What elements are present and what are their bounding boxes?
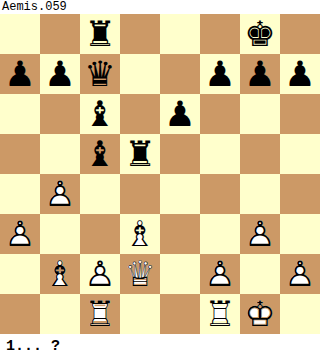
square-h3[interactable] [280, 214, 320, 254]
chess-board: ♜♚♟♟♛♟♟♟♝♟♝♜♟♙♟♙♝♗♟♙♝♗♟♙♛♕♟♙♟♙♜♖♜♖♚♔ [0, 14, 320, 334]
square-e2[interactable] [160, 254, 200, 294]
square-c8[interactable]: ♜ [80, 14, 120, 54]
square-d5[interactable]: ♜ [120, 134, 160, 174]
black-bishop-icon: ♝ [80, 94, 120, 134]
white-rook-icon: ♜♖ [200, 294, 240, 334]
square-f1[interactable]: ♜♖ [200, 294, 240, 334]
white-pawn-icon: ♟♙ [80, 254, 120, 294]
square-e1[interactable] [160, 294, 200, 334]
square-b2[interactable]: ♝♗ [40, 254, 80, 294]
square-d1[interactable] [120, 294, 160, 334]
square-f8[interactable] [200, 14, 240, 54]
square-g6[interactable] [240, 94, 280, 134]
move-prompt: 1... ? [0, 334, 320, 360]
square-e7[interactable] [160, 54, 200, 94]
square-a6[interactable] [0, 94, 40, 134]
square-b1[interactable] [40, 294, 80, 334]
square-d8[interactable] [120, 14, 160, 54]
white-pawn-icon: ♟♙ [40, 174, 80, 214]
white-pawn-icon: ♟♙ [240, 214, 280, 254]
square-e4[interactable] [160, 174, 200, 214]
square-c6[interactable]: ♝ [80, 94, 120, 134]
square-g4[interactable] [240, 174, 280, 214]
white-king-icon: ♚♔ [240, 294, 280, 334]
white-bishop-icon: ♝♗ [40, 254, 80, 294]
diagram-title: Aemis.059 [0, 0, 320, 14]
square-c1[interactable]: ♜♖ [80, 294, 120, 334]
square-g8[interactable]: ♚ [240, 14, 280, 54]
square-b6[interactable] [40, 94, 80, 134]
square-b5[interactable] [40, 134, 80, 174]
square-c2[interactable]: ♟♙ [80, 254, 120, 294]
black-rook-icon: ♜ [80, 14, 120, 54]
square-g2[interactable] [240, 254, 280, 294]
square-f3[interactable] [200, 214, 240, 254]
square-e8[interactable] [160, 14, 200, 54]
square-a1[interactable] [0, 294, 40, 334]
square-d6[interactable] [120, 94, 160, 134]
square-c7[interactable]: ♛ [80, 54, 120, 94]
square-a5[interactable] [0, 134, 40, 174]
square-a7[interactable]: ♟ [0, 54, 40, 94]
square-f4[interactable] [200, 174, 240, 214]
square-c3[interactable] [80, 214, 120, 254]
square-f2[interactable]: ♟♙ [200, 254, 240, 294]
square-d7[interactable] [120, 54, 160, 94]
square-e3[interactable] [160, 214, 200, 254]
square-f6[interactable] [200, 94, 240, 134]
black-pawn-icon: ♟ [200, 54, 240, 94]
square-a3[interactable]: ♟♙ [0, 214, 40, 254]
square-h8[interactable] [280, 14, 320, 54]
square-a4[interactable] [0, 174, 40, 214]
square-c4[interactable] [80, 174, 120, 214]
white-pawn-icon: ♟♙ [280, 254, 320, 294]
black-pawn-icon: ♟ [280, 54, 320, 94]
square-h5[interactable] [280, 134, 320, 174]
black-rook-icon: ♜ [120, 134, 160, 174]
white-pawn-icon: ♟♙ [0, 214, 40, 254]
square-e5[interactable] [160, 134, 200, 174]
black-pawn-icon: ♟ [240, 54, 280, 94]
square-d2[interactable]: ♛♕ [120, 254, 160, 294]
square-g1[interactable]: ♚♔ [240, 294, 280, 334]
black-pawn-icon: ♟ [0, 54, 40, 94]
black-pawn-icon: ♟ [40, 54, 80, 94]
square-a2[interactable] [0, 254, 40, 294]
square-f5[interactable] [200, 134, 240, 174]
square-g7[interactable]: ♟ [240, 54, 280, 94]
square-d4[interactable] [120, 174, 160, 214]
square-c5[interactable]: ♝ [80, 134, 120, 174]
square-b3[interactable] [40, 214, 80, 254]
square-g3[interactable]: ♟♙ [240, 214, 280, 254]
square-g5[interactable] [240, 134, 280, 174]
square-h4[interactable] [280, 174, 320, 214]
square-h6[interactable] [280, 94, 320, 134]
black-king-icon: ♚ [240, 14, 280, 54]
black-bishop-icon: ♝ [80, 134, 120, 174]
square-h7[interactable]: ♟ [280, 54, 320, 94]
square-b4[interactable]: ♟♙ [40, 174, 80, 214]
square-b8[interactable] [40, 14, 80, 54]
square-a8[interactable] [0, 14, 40, 54]
square-h2[interactable]: ♟♙ [280, 254, 320, 294]
white-pawn-icon: ♟♙ [200, 254, 240, 294]
square-f7[interactable]: ♟ [200, 54, 240, 94]
square-e6[interactable]: ♟ [160, 94, 200, 134]
black-queen-icon: ♛ [80, 54, 120, 94]
square-b7[interactable]: ♟ [40, 54, 80, 94]
white-queen-icon: ♛♕ [120, 254, 160, 294]
white-bishop-icon: ♝♗ [120, 214, 160, 254]
square-d3[interactable]: ♝♗ [120, 214, 160, 254]
black-pawn-icon: ♟ [160, 94, 200, 134]
square-h1[interactable] [280, 294, 320, 334]
white-rook-icon: ♜♖ [80, 294, 120, 334]
